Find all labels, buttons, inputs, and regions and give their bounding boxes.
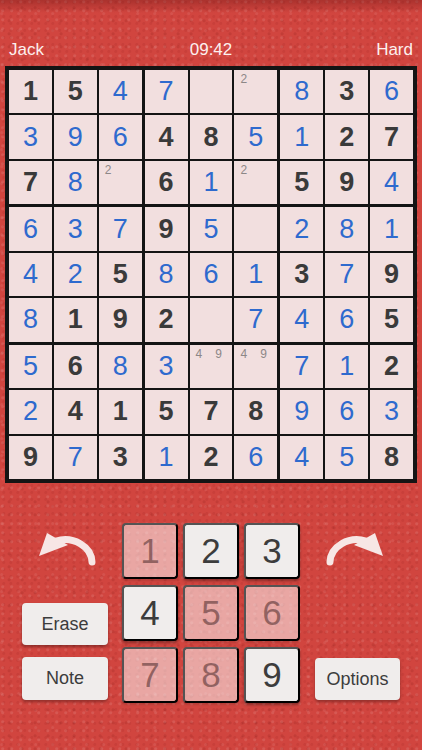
- given-digit: 8: [203, 122, 218, 153]
- note-button[interactable]: Note: [22, 657, 108, 700]
- cell-r8c1[interactable]: 2: [9, 390, 52, 433]
- entry-digit: 7: [294, 351, 309, 382]
- cell-r9c7[interactable]: 4: [280, 436, 323, 479]
- entry-digit: 8: [159, 259, 174, 290]
- cell-r3c9[interactable]: 4: [370, 161, 413, 204]
- given-digit: 7: [203, 396, 218, 427]
- given-digit: 7: [384, 122, 399, 153]
- entry-digit: 8: [294, 76, 309, 107]
- entry-digit: 8: [68, 167, 83, 198]
- entry-digit: 9: [68, 122, 83, 153]
- box-8: 34949578126: [145, 345, 278, 479]
- cell-r8c9[interactable]: 3: [370, 390, 413, 433]
- given-digit: 1: [23, 76, 38, 107]
- pencil-mark: 2: [105, 163, 112, 177]
- cell-r4c4[interactable]: 9: [145, 207, 188, 250]
- given-digit: 9: [159, 214, 174, 245]
- box-5: 9586127: [145, 207, 278, 341]
- cell-r8c4[interactable]: 5: [145, 390, 188, 433]
- entry-digit: 3: [384, 396, 399, 427]
- entry-digit: 7: [339, 259, 354, 290]
- cell-r1c5[interactable]: [190, 70, 233, 113]
- entry-digit: 2: [68, 259, 83, 290]
- given-digit: 8: [248, 396, 263, 427]
- undo-arrow-icon: [36, 531, 102, 573]
- sudoku-board: 1543967827248561283612759463742581995861…: [5, 66, 417, 483]
- numpad-key-5[interactable]: 5: [183, 585, 239, 641]
- pencil-mark: 9: [260, 347, 267, 361]
- given-digit: 6: [68, 351, 83, 382]
- entry-digit: 6: [384, 76, 399, 107]
- redo-button[interactable]: [320, 531, 386, 573]
- entry-digit: 9: [294, 396, 309, 427]
- pencil-marks: 2: [240, 163, 247, 177]
- cell-r5c7[interactable]: 3: [280, 253, 323, 296]
- cell-r4c6[interactable]: [234, 207, 277, 250]
- cell-r5c2[interactable]: 2: [54, 253, 97, 296]
- entry-digit: 8: [113, 351, 128, 382]
- cell-r1c4[interactable]: 7: [145, 70, 188, 113]
- sudoku-app: 09:42 Jack Hard 154396782724856128361275…: [0, 0, 422, 750]
- cell-r5c3[interactable]: 5: [99, 253, 142, 296]
- cell-r2c1[interactable]: 3: [9, 115, 52, 158]
- cell-r4c5[interactable]: 5: [190, 207, 233, 250]
- box-9: 712963458: [280, 345, 413, 479]
- cell-r4c2[interactable]: 3: [54, 207, 97, 250]
- erase-button[interactable]: Erase: [22, 603, 108, 645]
- cell-r9c8[interactable]: 5: [325, 436, 368, 479]
- cell-r2c4[interactable]: 4: [145, 115, 188, 158]
- cell-r9c1[interactable]: 9: [9, 436, 52, 479]
- cell-r9c5[interactable]: 2: [190, 436, 233, 479]
- cell-r3c5[interactable]: 1: [190, 161, 233, 204]
- entry-digit: 4: [113, 76, 128, 107]
- box-1: 154396782: [9, 70, 142, 204]
- pencil-mark: 2: [240, 163, 247, 177]
- box-6: 281379465: [280, 207, 413, 341]
- cell-r6c4[interactable]: 2: [145, 298, 188, 341]
- pencil-marks: 49: [196, 347, 222, 361]
- timer: 09:42: [0, 40, 422, 60]
- numpad-key-7[interactable]: 7: [122, 647, 178, 703]
- cell-r1c6[interactable]: 2: [234, 70, 277, 113]
- cell-r9c6[interactable]: 6: [234, 436, 277, 479]
- cell-r1c1[interactable]: 1: [9, 70, 52, 113]
- entry-digit: 7: [113, 214, 128, 245]
- given-digit: 2: [159, 304, 174, 335]
- entry-digit: 7: [248, 304, 263, 335]
- statusbar-shade: [0, 0, 422, 13]
- entry-digit: 5: [339, 442, 354, 473]
- cell-r7c7[interactable]: 7: [280, 345, 323, 388]
- numpad-key-8[interactable]: 8: [183, 647, 239, 703]
- cell-r4c1[interactable]: 6: [9, 207, 52, 250]
- cell-r7c6[interactable]: 49: [234, 345, 277, 388]
- given-digit: 6: [159, 167, 174, 198]
- given-digit: 3: [294, 259, 309, 290]
- pencil-mark: 4: [240, 347, 247, 361]
- entry-digit: 6: [113, 122, 128, 153]
- entry-digit: 1: [339, 351, 354, 382]
- entry-digit: 2: [23, 396, 38, 427]
- cell-r6c6[interactable]: 7: [234, 298, 277, 341]
- undo-button[interactable]: [36, 531, 102, 573]
- entry-digit: 3: [159, 351, 174, 382]
- cell-r3c2[interactable]: 8: [54, 161, 97, 204]
- entry-digit: 6: [248, 442, 263, 473]
- entry-digit: 6: [339, 396, 354, 427]
- entry-digit: 8: [23, 304, 38, 335]
- cell-r5c6[interactable]: 1: [234, 253, 277, 296]
- given-digit: 9: [113, 304, 128, 335]
- entry-digit: 3: [23, 122, 38, 153]
- given-digit: 5: [113, 259, 128, 290]
- cell-r1c7[interactable]: 8: [280, 70, 323, 113]
- cell-r3c4[interactable]: 6: [145, 161, 188, 204]
- cell-r5c4[interactable]: 8: [145, 253, 188, 296]
- numpad-key-4[interactable]: 4: [122, 585, 178, 641]
- given-digit: 1: [113, 396, 128, 427]
- given-digit: 3: [113, 442, 128, 473]
- box-3: 836127594: [280, 70, 413, 204]
- entry-digit: 1: [294, 122, 309, 153]
- cell-r4c8[interactable]: 8: [325, 207, 368, 250]
- options-button[interactable]: Options: [315, 658, 400, 700]
- pencil-mark: 9: [215, 347, 222, 361]
- given-digit: 5: [384, 304, 399, 335]
- entry-digit: 1: [248, 259, 263, 290]
- pencil-mark: 2: [240, 72, 247, 86]
- entry-digit: 4: [294, 442, 309, 473]
- cell-r7c5[interactable]: 49: [190, 345, 233, 388]
- entry-digit: 6: [23, 214, 38, 245]
- cell-r5c1[interactable]: 4: [9, 253, 52, 296]
- cell-r8c6[interactable]: 8: [234, 390, 277, 433]
- cell-r8c7[interactable]: 9: [280, 390, 323, 433]
- entry-digit: 1: [159, 442, 174, 473]
- entry-digit: 7: [159, 76, 174, 107]
- cell-r3c8[interactable]: 9: [325, 161, 368, 204]
- cell-r4c9[interactable]: 1: [370, 207, 413, 250]
- box-2: 72485612: [145, 70, 278, 204]
- cell-r8c8[interactable]: 6: [325, 390, 368, 433]
- pencil-marks: 49: [240, 347, 266, 361]
- numpad-key-9[interactable]: 9: [244, 647, 300, 703]
- entry-digit: 4: [384, 167, 399, 198]
- given-digit: 9: [339, 167, 354, 198]
- cell-r6c1[interactable]: 8: [9, 298, 52, 341]
- cell-r4c7[interactable]: 2: [280, 207, 323, 250]
- cell-r1c3[interactable]: 4: [99, 70, 142, 113]
- box-4: 637425819: [9, 207, 142, 341]
- given-digit: 5: [159, 396, 174, 427]
- entry-digit: 6: [203, 259, 218, 290]
- cell-r1c2[interactable]: 5: [54, 70, 97, 113]
- cell-r6c7[interactable]: 4: [280, 298, 323, 341]
- cell-r2c8[interactable]: 2: [325, 115, 368, 158]
- cell-r2c2[interactable]: 9: [54, 115, 97, 158]
- numpad-key-6[interactable]: 6: [244, 585, 300, 641]
- entry-digit: 5: [203, 214, 218, 245]
- entry-digit: 1: [384, 214, 399, 245]
- cell-r2c5[interactable]: 8: [190, 115, 233, 158]
- entry-digit: 6: [339, 304, 354, 335]
- cell-r8c3[interactable]: 1: [99, 390, 142, 433]
- cell-r7c8[interactable]: 1: [325, 345, 368, 388]
- cell-r9c3[interactable]: 3: [99, 436, 142, 479]
- entry-digit: 5: [248, 122, 263, 153]
- box-7: 568241973: [9, 345, 142, 479]
- cell-r6c9[interactable]: 5: [370, 298, 413, 341]
- pencil-marks: 2: [105, 163, 112, 177]
- given-digit: 3: [339, 76, 354, 107]
- given-digit: 8: [384, 442, 399, 473]
- given-digit: 9: [23, 442, 38, 473]
- given-digit: 5: [294, 167, 309, 198]
- entry-digit: 2: [294, 214, 309, 245]
- entry-digit: 1: [203, 167, 218, 198]
- numpad-key-3[interactable]: 3: [244, 523, 300, 579]
- cell-r4c3[interactable]: 7: [99, 207, 142, 250]
- numpad: 123456789: [122, 523, 300, 703]
- cell-r3c3[interactable]: 2: [99, 161, 142, 204]
- entry-digit: 8: [339, 214, 354, 245]
- cell-r3c6[interactable]: 2: [234, 161, 277, 204]
- cell-r9c9[interactable]: 8: [370, 436, 413, 479]
- pencil-marks: 2: [240, 72, 247, 86]
- redo-arrow-icon: [320, 531, 386, 573]
- given-digit: 1: [68, 304, 83, 335]
- given-digit: 7: [23, 167, 38, 198]
- topbar: 09:42 Jack Hard: [0, 38, 422, 62]
- cell-r2c3[interactable]: 6: [99, 115, 142, 158]
- cell-r7c1[interactable]: 5: [9, 345, 52, 388]
- numpad-key-2[interactable]: 2: [183, 523, 239, 579]
- cell-r5c5[interactable]: 6: [190, 253, 233, 296]
- cell-r8c2[interactable]: 4: [54, 390, 97, 433]
- cell-r6c8[interactable]: 6: [325, 298, 368, 341]
- cell-r6c3[interactable]: 9: [99, 298, 142, 341]
- cell-r2c7[interactable]: 1: [280, 115, 323, 158]
- cell-r6c5[interactable]: [190, 298, 233, 341]
- cell-r3c1[interactable]: 7: [9, 161, 52, 204]
- given-digit: 2: [384, 351, 399, 382]
- cell-r2c9[interactable]: 7: [370, 115, 413, 158]
- numpad-key-1[interactable]: 1: [122, 523, 178, 579]
- cell-r7c2[interactable]: 6: [54, 345, 97, 388]
- given-digit: 2: [203, 442, 218, 473]
- given-digit: 5: [68, 76, 83, 107]
- entry-digit: 5: [23, 351, 38, 382]
- cell-r2c6[interactable]: 5: [234, 115, 277, 158]
- entry-digit: 4: [294, 304, 309, 335]
- given-digit: 2: [339, 122, 354, 153]
- cell-r5c8[interactable]: 7: [325, 253, 368, 296]
- given-digit: 9: [384, 259, 399, 290]
- cell-r5c9[interactable]: 9: [370, 253, 413, 296]
- given-digit: 4: [159, 122, 174, 153]
- cell-r1c9[interactable]: 6: [370, 70, 413, 113]
- cell-r9c4[interactable]: 1: [145, 436, 188, 479]
- pencil-mark: 4: [196, 347, 203, 361]
- cell-r8c5[interactable]: 7: [190, 390, 233, 433]
- given-digit: 4: [68, 396, 83, 427]
- cell-r3c7[interactable]: 5: [280, 161, 323, 204]
- entry-digit: 4: [23, 259, 38, 290]
- cell-r7c4[interactable]: 3: [145, 345, 188, 388]
- cell-r9c2[interactable]: 7: [54, 436, 97, 479]
- entry-digit: 3: [68, 214, 83, 245]
- entry-digit: 7: [68, 442, 83, 473]
- cell-r6c2[interactable]: 1: [54, 298, 97, 341]
- cell-r7c3[interactable]: 8: [99, 345, 142, 388]
- cell-r7c9[interactable]: 2: [370, 345, 413, 388]
- cell-r1c8[interactable]: 3: [325, 70, 368, 113]
